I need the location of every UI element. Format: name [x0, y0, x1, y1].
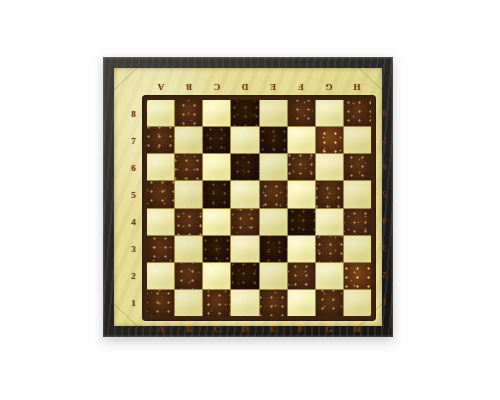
- rank-label-left-7: 7: [125, 127, 142, 154]
- file-label-top-b: B: [175, 79, 203, 95]
- file-label-top-h: H: [343, 79, 371, 95]
- square-g3: [316, 236, 343, 262]
- rank-label-right-2: 2: [376, 262, 393, 289]
- photo-canvas: ABCDEFGH ABCDEFGH 87654321 87654321: [0, 0, 500, 400]
- square-a5: [147, 181, 174, 207]
- square-e6: [260, 154, 287, 180]
- square-h1: [344, 290, 371, 316]
- miter-seam: [114, 304, 137, 326]
- square-a2: [147, 263, 174, 289]
- rank-label-right-4: 4: [376, 208, 393, 235]
- square-g7: [316, 127, 343, 153]
- file-label-bottom-a: A: [147, 321, 175, 337]
- file-label-bottom-c: C: [203, 321, 231, 337]
- rank-label-right-6: 6: [376, 154, 393, 181]
- square-c3: [203, 236, 230, 262]
- square-b1: [175, 290, 202, 316]
- square-h2: [344, 263, 371, 289]
- square-a1: [147, 290, 174, 316]
- square-e4: [260, 209, 287, 235]
- square-g1: [316, 290, 343, 316]
- rank-label-left-5: 5: [125, 181, 142, 208]
- rank-label-right-5: 5: [376, 181, 393, 208]
- square-g4: [316, 209, 343, 235]
- rank-label-right-1: 1: [376, 289, 393, 316]
- file-label-bottom-d: D: [231, 321, 259, 337]
- square-d6: [231, 154, 258, 180]
- rank-label-left-8: 8: [125, 100, 142, 127]
- rank-label-left-6: 6: [125, 154, 142, 181]
- square-d7: [231, 127, 258, 153]
- square-c1: [203, 290, 230, 316]
- square-h8: [344, 100, 371, 126]
- square-f2: [288, 263, 315, 289]
- square-f7: [288, 127, 315, 153]
- square-b6: [175, 154, 202, 180]
- file-labels-bottom: ABCDEFGH: [147, 321, 371, 337]
- square-f6: [288, 154, 315, 180]
- file-label-bottom-e: E: [259, 321, 287, 337]
- square-f1: [288, 290, 315, 316]
- square-a7: [147, 127, 174, 153]
- square-h5: [344, 181, 371, 207]
- file-label-bottom-g: G: [315, 321, 343, 337]
- file-labels-top: ABCDEFGH: [147, 79, 371, 95]
- square-b8: [175, 100, 202, 126]
- file-label-bottom-b: B: [175, 321, 203, 337]
- square-a3: [147, 236, 174, 262]
- square-d8: [231, 100, 258, 126]
- rank-label-left-4: 4: [125, 208, 142, 235]
- playing-field: [142, 95, 376, 321]
- square-h7: [344, 127, 371, 153]
- square-a4: [147, 209, 174, 235]
- coordinate-border: ABCDEFGH ABCDEFGH 87654321 87654321: [114, 68, 382, 326]
- square-b5: [175, 181, 202, 207]
- square-g5: [316, 181, 343, 207]
- square-h4: [344, 209, 371, 235]
- file-label-top-g: G: [315, 79, 343, 95]
- rank-label-left-2: 2: [125, 262, 142, 289]
- square-d4: [231, 209, 258, 235]
- square-f3: [288, 236, 315, 262]
- file-label-bottom-h: H: [343, 321, 371, 337]
- rank-label-right-7: 7: [376, 127, 393, 154]
- square-b3: [175, 236, 202, 262]
- square-c8: [203, 100, 230, 126]
- square-c7: [203, 127, 230, 153]
- rank-labels-right: 87654321: [376, 100, 393, 316]
- file-label-top-c: C: [203, 79, 231, 95]
- rank-label-left-1: 1: [125, 289, 142, 316]
- square-a6: [147, 154, 174, 180]
- chessboard: ABCDEFGH ABCDEFGH 87654321 87654321: [103, 57, 393, 337]
- square-b7: [175, 127, 202, 153]
- square-e5: [260, 181, 287, 207]
- board-grid: [147, 100, 371, 316]
- miter-seam: [359, 68, 382, 90]
- square-d5: [231, 181, 258, 207]
- square-f4: [288, 209, 315, 235]
- square-d3: [231, 236, 258, 262]
- square-g2: [316, 263, 343, 289]
- square-d1: [231, 290, 258, 316]
- file-label-top-d: D: [231, 79, 259, 95]
- rank-label-right-8: 8: [376, 100, 393, 127]
- square-c6: [203, 154, 230, 180]
- rank-label-right-3: 3: [376, 235, 393, 262]
- square-g8: [316, 100, 343, 126]
- square-e1: [260, 290, 287, 316]
- square-f5: [288, 181, 315, 207]
- square-d2: [231, 263, 258, 289]
- square-a8: [147, 100, 174, 126]
- square-b2: [175, 263, 202, 289]
- square-b4: [175, 209, 202, 235]
- square-e2: [260, 263, 287, 289]
- rank-label-left-3: 3: [125, 235, 142, 262]
- square-c5: [203, 181, 230, 207]
- file-label-top-e: E: [259, 79, 287, 95]
- square-c2: [203, 263, 230, 289]
- file-label-top-a: A: [147, 79, 175, 95]
- square-e7: [260, 127, 287, 153]
- square-e3: [260, 236, 287, 262]
- miter-seam: [114, 68, 137, 90]
- square-e8: [260, 100, 287, 126]
- file-label-bottom-f: F: [287, 321, 315, 337]
- file-label-top-f: F: [287, 79, 315, 95]
- square-f8: [288, 100, 315, 126]
- square-c4: [203, 209, 230, 235]
- square-h6: [344, 154, 371, 180]
- square-h3: [344, 236, 371, 262]
- square-g6: [316, 154, 343, 180]
- rank-labels-left: 87654321: [125, 100, 142, 316]
